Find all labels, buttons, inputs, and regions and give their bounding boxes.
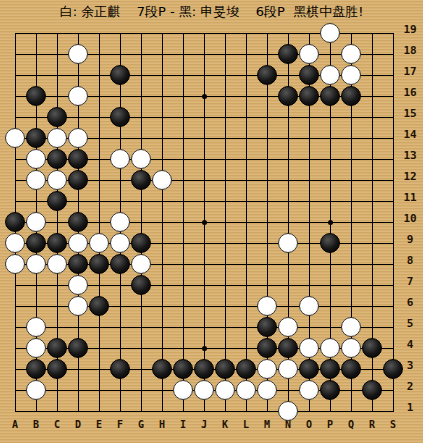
intersection-N16[interactable] <box>278 86 299 107</box>
intersection-R8[interactable] <box>362 254 383 275</box>
intersection-F18[interactable] <box>110 44 131 65</box>
intersection-J16[interactable] <box>194 86 215 107</box>
intersection-H11[interactable] <box>152 191 173 212</box>
intersection-J13[interactable] <box>194 149 215 170</box>
intersection-B17[interactable] <box>26 65 47 86</box>
intersection-H18[interactable] <box>152 44 173 65</box>
intersection-O15[interactable] <box>299 107 320 128</box>
intersection-E2[interactable] <box>89 380 110 401</box>
intersection-E11[interactable] <box>89 191 110 212</box>
intersection-R11[interactable] <box>362 191 383 212</box>
intersection-Q3[interactable] <box>341 359 362 380</box>
intersection-A19[interactable] <box>5 23 26 44</box>
intersection-E19[interactable] <box>89 23 110 44</box>
intersection-F12[interactable] <box>110 170 131 191</box>
intersection-D18[interactable] <box>68 44 89 65</box>
intersection-P18[interactable] <box>320 44 341 65</box>
intersection-N13[interactable] <box>278 149 299 170</box>
intersection-M14[interactable] <box>257 128 278 149</box>
intersection-A11[interactable] <box>5 191 26 212</box>
intersection-Q18[interactable] <box>341 44 362 65</box>
intersection-I10[interactable] <box>173 212 194 233</box>
intersection-L8[interactable] <box>236 254 257 275</box>
intersection-I18[interactable] <box>173 44 194 65</box>
intersection-L6[interactable] <box>236 296 257 317</box>
intersection-E6[interactable] <box>89 296 110 317</box>
intersection-C18[interactable] <box>47 44 68 65</box>
intersection-J19[interactable] <box>194 23 215 44</box>
intersection-E9[interactable] <box>89 233 110 254</box>
intersection-R4[interactable] <box>362 338 383 359</box>
intersection-J12[interactable] <box>194 170 215 191</box>
intersection-E7[interactable] <box>89 275 110 296</box>
intersection-L2[interactable] <box>236 380 257 401</box>
intersection-B6[interactable] <box>26 296 47 317</box>
intersection-A13[interactable] <box>5 149 26 170</box>
intersection-C19[interactable] <box>47 23 68 44</box>
intersection-A4[interactable] <box>5 338 26 359</box>
intersection-G10[interactable] <box>131 212 152 233</box>
intersection-R16[interactable] <box>362 86 383 107</box>
intersection-A9[interactable] <box>5 233 26 254</box>
intersection-M18[interactable] <box>257 44 278 65</box>
intersection-F11[interactable] <box>110 191 131 212</box>
intersection-Q12[interactable] <box>341 170 362 191</box>
intersection-L18[interactable] <box>236 44 257 65</box>
intersection-H7[interactable] <box>152 275 173 296</box>
intersection-C6[interactable] <box>47 296 68 317</box>
intersection-K17[interactable] <box>215 65 236 86</box>
intersection-P7[interactable] <box>320 275 341 296</box>
intersection-G5[interactable] <box>131 317 152 338</box>
intersection-N4[interactable] <box>278 338 299 359</box>
intersection-J14[interactable] <box>194 128 215 149</box>
intersection-D14[interactable] <box>68 128 89 149</box>
intersection-D17[interactable] <box>68 65 89 86</box>
intersection-B7[interactable] <box>26 275 47 296</box>
intersection-H9[interactable] <box>152 233 173 254</box>
intersection-K11[interactable] <box>215 191 236 212</box>
intersection-G9[interactable] <box>131 233 152 254</box>
intersection-E10[interactable] <box>89 212 110 233</box>
intersection-N15[interactable] <box>278 107 299 128</box>
intersection-H5[interactable] <box>152 317 173 338</box>
intersection-G7[interactable] <box>131 275 152 296</box>
intersection-N14[interactable] <box>278 128 299 149</box>
intersection-Q4[interactable] <box>341 338 362 359</box>
intersection-B10[interactable] <box>26 212 47 233</box>
intersection-M9[interactable] <box>257 233 278 254</box>
intersection-P3[interactable] <box>320 359 341 380</box>
intersection-G16[interactable] <box>131 86 152 107</box>
intersection-M6[interactable] <box>257 296 278 317</box>
intersection-M19[interactable] <box>257 23 278 44</box>
intersection-L19[interactable] <box>236 23 257 44</box>
intersection-M4[interactable] <box>257 338 278 359</box>
intersection-I2[interactable] <box>173 380 194 401</box>
intersection-H12[interactable] <box>152 170 173 191</box>
intersection-Q5[interactable] <box>341 317 362 338</box>
intersection-K4[interactable] <box>215 338 236 359</box>
intersection-N8[interactable] <box>278 254 299 275</box>
intersection-A12[interactable] <box>5 170 26 191</box>
intersection-R18[interactable] <box>362 44 383 65</box>
intersection-O7[interactable] <box>299 275 320 296</box>
intersection-R12[interactable] <box>362 170 383 191</box>
intersection-H4[interactable] <box>152 338 173 359</box>
intersection-F3[interactable] <box>110 359 131 380</box>
intersection-J17[interactable] <box>194 65 215 86</box>
intersection-A14[interactable] <box>5 128 26 149</box>
intersection-L3[interactable] <box>236 359 257 380</box>
intersection-M10[interactable] <box>257 212 278 233</box>
intersection-I16[interactable] <box>173 86 194 107</box>
intersection-R15[interactable] <box>362 107 383 128</box>
intersection-K15[interactable] <box>215 107 236 128</box>
intersection-D19[interactable] <box>68 23 89 44</box>
intersection-D2[interactable] <box>68 380 89 401</box>
intersection-G8[interactable] <box>131 254 152 275</box>
intersection-R17[interactable] <box>362 65 383 86</box>
intersection-K18[interactable] <box>215 44 236 65</box>
intersection-O3[interactable] <box>299 359 320 380</box>
intersection-B11[interactable] <box>26 191 47 212</box>
intersection-F15[interactable] <box>110 107 131 128</box>
intersection-G12[interactable] <box>131 170 152 191</box>
intersection-J10[interactable] <box>194 212 215 233</box>
intersection-N3[interactable] <box>278 359 299 380</box>
intersection-N19[interactable] <box>278 23 299 44</box>
intersection-K9[interactable] <box>215 233 236 254</box>
intersection-I6[interactable] <box>173 296 194 317</box>
intersection-F6[interactable] <box>110 296 131 317</box>
intersection-L4[interactable] <box>236 338 257 359</box>
intersection-C13[interactable] <box>47 149 68 170</box>
intersection-Q2[interactable] <box>341 380 362 401</box>
intersection-D4[interactable] <box>68 338 89 359</box>
intersection-B12[interactable] <box>26 170 47 191</box>
intersection-K8[interactable] <box>215 254 236 275</box>
intersection-C3[interactable] <box>47 359 68 380</box>
intersection-I15[interactable] <box>173 107 194 128</box>
intersection-G2[interactable] <box>131 380 152 401</box>
intersection-H17[interactable] <box>152 65 173 86</box>
intersection-B14[interactable] <box>26 128 47 149</box>
intersection-C14[interactable] <box>47 128 68 149</box>
intersection-M12[interactable] <box>257 170 278 191</box>
intersection-B13[interactable] <box>26 149 47 170</box>
intersection-A18[interactable] <box>5 44 26 65</box>
intersection-I3[interactable] <box>173 359 194 380</box>
intersection-P8[interactable] <box>320 254 341 275</box>
intersection-O18[interactable] <box>299 44 320 65</box>
intersection-I4[interactable] <box>173 338 194 359</box>
intersection-N9[interactable] <box>278 233 299 254</box>
intersection-C7[interactable] <box>47 275 68 296</box>
intersection-O17[interactable] <box>299 65 320 86</box>
intersection-L13[interactable] <box>236 149 257 170</box>
intersection-D7[interactable] <box>68 275 89 296</box>
intersection-P9[interactable] <box>320 233 341 254</box>
intersection-B9[interactable] <box>26 233 47 254</box>
intersection-I9[interactable] <box>173 233 194 254</box>
intersection-A2[interactable] <box>5 380 26 401</box>
intersection-E12[interactable] <box>89 170 110 191</box>
intersection-B8[interactable] <box>26 254 47 275</box>
intersection-J5[interactable] <box>194 317 215 338</box>
intersection-H8[interactable] <box>152 254 173 275</box>
intersection-H10[interactable] <box>152 212 173 233</box>
intersection-B2[interactable] <box>26 380 47 401</box>
intersection-J8[interactable] <box>194 254 215 275</box>
intersection-O14[interactable] <box>299 128 320 149</box>
intersection-M3[interactable] <box>257 359 278 380</box>
intersection-M5[interactable] <box>257 317 278 338</box>
intersection-M11[interactable] <box>257 191 278 212</box>
intersection-G18[interactable] <box>131 44 152 65</box>
intersection-F19[interactable] <box>110 23 131 44</box>
intersection-J11[interactable] <box>194 191 215 212</box>
intersection-L17[interactable] <box>236 65 257 86</box>
intersection-A6[interactable] <box>5 296 26 317</box>
intersection-M2[interactable] <box>257 380 278 401</box>
intersection-D12[interactable] <box>68 170 89 191</box>
intersection-K6[interactable] <box>215 296 236 317</box>
intersection-K16[interactable] <box>215 86 236 107</box>
intersection-M8[interactable] <box>257 254 278 275</box>
intersection-M7[interactable] <box>257 275 278 296</box>
intersection-F9[interactable] <box>110 233 131 254</box>
intersection-A8[interactable] <box>5 254 26 275</box>
intersection-N6[interactable] <box>278 296 299 317</box>
intersection-P4[interactable] <box>320 338 341 359</box>
intersection-H6[interactable] <box>152 296 173 317</box>
intersection-O6[interactable] <box>299 296 320 317</box>
intersection-D3[interactable] <box>68 359 89 380</box>
intersection-A10[interactable] <box>5 212 26 233</box>
intersection-B16[interactable] <box>26 86 47 107</box>
intersection-Q13[interactable] <box>341 149 362 170</box>
intersection-H19[interactable] <box>152 23 173 44</box>
intersection-N5[interactable] <box>278 317 299 338</box>
intersection-P11[interactable] <box>320 191 341 212</box>
intersection-K14[interactable] <box>215 128 236 149</box>
intersection-A16[interactable] <box>5 86 26 107</box>
intersection-C12[interactable] <box>47 170 68 191</box>
intersection-J4[interactable] <box>194 338 215 359</box>
intersection-E15[interactable] <box>89 107 110 128</box>
intersection-C17[interactable] <box>47 65 68 86</box>
intersection-A5[interactable] <box>5 317 26 338</box>
intersection-G3[interactable] <box>131 359 152 380</box>
intersection-P6[interactable] <box>320 296 341 317</box>
intersection-D15[interactable] <box>68 107 89 128</box>
intersection-O16[interactable] <box>299 86 320 107</box>
intersection-Q7[interactable] <box>341 275 362 296</box>
intersection-D16[interactable] <box>68 86 89 107</box>
intersection-J3[interactable] <box>194 359 215 380</box>
intersection-N2[interactable] <box>278 380 299 401</box>
intersection-A3[interactable] <box>5 359 26 380</box>
intersection-N10[interactable] <box>278 212 299 233</box>
intersection-L5[interactable] <box>236 317 257 338</box>
intersection-L15[interactable] <box>236 107 257 128</box>
intersection-K13[interactable] <box>215 149 236 170</box>
intersection-H14[interactable] <box>152 128 173 149</box>
intersection-L7[interactable] <box>236 275 257 296</box>
intersection-N17[interactable] <box>278 65 299 86</box>
intersection-P17[interactable] <box>320 65 341 86</box>
intersection-Q8[interactable] <box>341 254 362 275</box>
intersection-I19[interactable] <box>173 23 194 44</box>
intersection-C5[interactable] <box>47 317 68 338</box>
intersection-G6[interactable] <box>131 296 152 317</box>
intersection-N18[interactable] <box>278 44 299 65</box>
intersection-D8[interactable] <box>68 254 89 275</box>
intersection-G17[interactable] <box>131 65 152 86</box>
intersection-P14[interactable] <box>320 128 341 149</box>
intersection-I5[interactable] <box>173 317 194 338</box>
intersection-R5[interactable] <box>362 317 383 338</box>
intersection-D9[interactable] <box>68 233 89 254</box>
intersection-R13[interactable] <box>362 149 383 170</box>
intersection-C11[interactable] <box>47 191 68 212</box>
intersection-R6[interactable] <box>362 296 383 317</box>
intersection-E18[interactable] <box>89 44 110 65</box>
intersection-O8[interactable] <box>299 254 320 275</box>
intersection-J18[interactable] <box>194 44 215 65</box>
intersection-F2[interactable] <box>110 380 131 401</box>
intersection-C9[interactable] <box>47 233 68 254</box>
intersection-K5[interactable] <box>215 317 236 338</box>
intersection-P12[interactable] <box>320 170 341 191</box>
intersection-N12[interactable] <box>278 170 299 191</box>
intersection-E3[interactable] <box>89 359 110 380</box>
intersection-H16[interactable] <box>152 86 173 107</box>
intersection-B3[interactable] <box>26 359 47 380</box>
intersection-P5[interactable] <box>320 317 341 338</box>
intersection-P2[interactable] <box>320 380 341 401</box>
intersection-Q17[interactable] <box>341 65 362 86</box>
intersection-F8[interactable] <box>110 254 131 275</box>
intersection-C4[interactable] <box>47 338 68 359</box>
intersection-R9[interactable] <box>362 233 383 254</box>
intersection-K3[interactable] <box>215 359 236 380</box>
intersection-F17[interactable] <box>110 65 131 86</box>
intersection-J7[interactable] <box>194 275 215 296</box>
intersection-E16[interactable] <box>89 86 110 107</box>
intersection-L12[interactable] <box>236 170 257 191</box>
intersection-D5[interactable] <box>68 317 89 338</box>
intersection-O4[interactable] <box>299 338 320 359</box>
intersection-N7[interactable] <box>278 275 299 296</box>
intersection-J9[interactable] <box>194 233 215 254</box>
intersection-I7[interactable] <box>173 275 194 296</box>
intersection-O12[interactable] <box>299 170 320 191</box>
intersection-O13[interactable] <box>299 149 320 170</box>
intersection-P15[interactable] <box>320 107 341 128</box>
intersection-D11[interactable] <box>68 191 89 212</box>
intersection-M17[interactable] <box>257 65 278 86</box>
intersection-N11[interactable] <box>278 191 299 212</box>
intersection-K10[interactable] <box>215 212 236 233</box>
intersection-C16[interactable] <box>47 86 68 107</box>
intersection-I8[interactable] <box>173 254 194 275</box>
intersection-B5[interactable] <box>26 317 47 338</box>
intersection-I17[interactable] <box>173 65 194 86</box>
intersection-F13[interactable] <box>110 149 131 170</box>
intersection-E4[interactable] <box>89 338 110 359</box>
intersection-Q14[interactable] <box>341 128 362 149</box>
intersection-J15[interactable] <box>194 107 215 128</box>
intersection-J2[interactable] <box>194 380 215 401</box>
intersection-R14[interactable] <box>362 128 383 149</box>
intersection-Q10[interactable] <box>341 212 362 233</box>
intersection-L10[interactable] <box>236 212 257 233</box>
intersection-O10[interactable] <box>299 212 320 233</box>
intersection-K19[interactable] <box>215 23 236 44</box>
intersection-C8[interactable] <box>47 254 68 275</box>
intersection-O19[interactable] <box>299 23 320 44</box>
intersection-P19[interactable] <box>320 23 341 44</box>
intersection-A7[interactable] <box>5 275 26 296</box>
intersection-R3[interactable] <box>362 359 383 380</box>
intersection-H3[interactable] <box>152 359 173 380</box>
intersection-E5[interactable] <box>89 317 110 338</box>
intersection-Q15[interactable] <box>341 107 362 128</box>
intersection-C2[interactable] <box>47 380 68 401</box>
intersection-O9[interactable] <box>299 233 320 254</box>
intersection-O2[interactable] <box>299 380 320 401</box>
intersection-D6[interactable] <box>68 296 89 317</box>
intersection-D13[interactable] <box>68 149 89 170</box>
intersection-R19[interactable] <box>362 23 383 44</box>
intersection-F5[interactable] <box>110 317 131 338</box>
intersection-F10[interactable] <box>110 212 131 233</box>
intersection-F7[interactable] <box>110 275 131 296</box>
intersection-B18[interactable] <box>26 44 47 65</box>
intersection-K2[interactable] <box>215 380 236 401</box>
intersection-F4[interactable] <box>110 338 131 359</box>
intersection-L11[interactable] <box>236 191 257 212</box>
intersection-I14[interactable] <box>173 128 194 149</box>
intersection-L16[interactable] <box>236 86 257 107</box>
intersection-B15[interactable] <box>26 107 47 128</box>
intersection-R10[interactable] <box>362 212 383 233</box>
intersection-G14[interactable] <box>131 128 152 149</box>
intersection-Q9[interactable] <box>341 233 362 254</box>
intersection-D10[interactable] <box>68 212 89 233</box>
intersection-R2[interactable] <box>362 380 383 401</box>
intersection-C10[interactable] <box>47 212 68 233</box>
intersection-E8[interactable] <box>89 254 110 275</box>
intersection-G15[interactable] <box>131 107 152 128</box>
intersection-H15[interactable] <box>152 107 173 128</box>
intersection-P16[interactable] <box>320 86 341 107</box>
intersection-Q19[interactable] <box>341 23 362 44</box>
intersection-G19[interactable] <box>131 23 152 44</box>
intersection-A17[interactable] <box>5 65 26 86</box>
intersection-H13[interactable] <box>152 149 173 170</box>
intersection-B4[interactable] <box>26 338 47 359</box>
intersection-G13[interactable] <box>131 149 152 170</box>
intersection-A15[interactable] <box>5 107 26 128</box>
intersection-L14[interactable] <box>236 128 257 149</box>
intersection-I11[interactable] <box>173 191 194 212</box>
intersection-F14[interactable] <box>110 128 131 149</box>
intersection-M15[interactable] <box>257 107 278 128</box>
intersection-I13[interactable] <box>173 149 194 170</box>
